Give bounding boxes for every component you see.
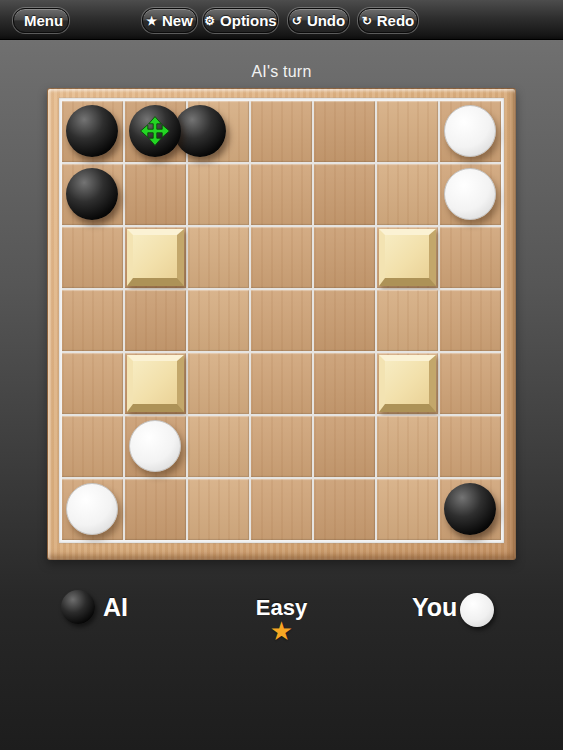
black-piece[interactable] — [66, 105, 118, 157]
undo-arrow-icon: ↺ — [292, 15, 302, 27]
turn-status-text: AI's turn — [0, 63, 563, 81]
board-cell[interactable] — [62, 353, 123, 414]
board-cell[interactable] — [440, 164, 501, 225]
board-cell[interactable] — [377, 416, 438, 477]
board-cell[interactable] — [314, 290, 375, 351]
board-cell[interactable] — [62, 164, 123, 225]
undo-button-label: Undo — [307, 13, 345, 28]
menu-button[interactable]: Menu — [13, 8, 69, 33]
board-cell[interactable] — [251, 479, 312, 540]
board-cell[interactable] — [314, 164, 375, 225]
white-piece[interactable] — [444, 105, 496, 157]
new-button-label: New — [162, 13, 193, 28]
board-cell[interactable] — [314, 101, 375, 162]
board-cell[interactable] — [377, 353, 438, 414]
board-cell[interactable] — [62, 479, 123, 540]
board-cell[interactable] — [188, 290, 249, 351]
board-cell[interactable] — [188, 227, 249, 288]
board-cell[interactable] — [251, 290, 312, 351]
board-cell[interactable] — [125, 290, 186, 351]
board-cell[interactable] — [125, 416, 186, 477]
board-cell[interactable] — [440, 353, 501, 414]
board-cell[interactable] — [251, 416, 312, 477]
board-cell[interactable] — [188, 101, 249, 162]
board-cell[interactable] — [377, 101, 438, 162]
board-cell[interactable] — [440, 227, 501, 288]
board-cell[interactable] — [314, 479, 375, 540]
blocked-square-tile — [127, 229, 184, 286]
board-cell[interactable] — [440, 290, 501, 351]
blocked-square-tile — [379, 355, 436, 412]
options-button-label: Options — [220, 13, 277, 28]
board-cell[interactable] — [62, 101, 123, 162]
you-white-piece-icon — [460, 593, 494, 627]
black-piece[interactable] — [66, 168, 118, 220]
board-cell[interactable] — [188, 353, 249, 414]
board-cell[interactable] — [251, 164, 312, 225]
board-cell[interactable] — [377, 164, 438, 225]
redo-button[interactable]: ↻ Redo — [358, 8, 418, 33]
black-piece[interactable] — [444, 483, 496, 535]
board-cell[interactable] — [125, 353, 186, 414]
board-cell[interactable] — [62, 290, 123, 351]
you-player-label: You — [412, 593, 457, 622]
undo-button[interactable]: ↺ Undo — [288, 8, 349, 33]
redo-button-label: Redo — [377, 13, 415, 28]
move-cursor-icon — [137, 113, 173, 149]
white-piece[interactable] — [66, 483, 118, 535]
board-cell[interactable] — [440, 416, 501, 477]
black-piece[interactable] — [174, 105, 226, 157]
board-cell[interactable] — [440, 479, 501, 540]
toolbar: Menu ★ New ⚙ Options ↺ Undo ↻ Redo — [0, 0, 563, 40]
board-cell[interactable] — [377, 227, 438, 288]
white-piece[interactable] — [129, 420, 181, 472]
board-mat — [59, 98, 504, 543]
menu-button-label: Menu — [24, 13, 63, 28]
board-cell[interactable] — [377, 290, 438, 351]
new-game-button[interactable]: ★ New — [142, 8, 197, 33]
white-piece[interactable] — [444, 168, 496, 220]
board-cell[interactable] — [377, 479, 438, 540]
board-cell[interactable] — [251, 227, 312, 288]
board-cell[interactable] — [251, 101, 312, 162]
redo-arrow-icon: ↻ — [362, 15, 372, 27]
board-cell[interactable] — [125, 479, 186, 540]
black-piece[interactable] — [129, 105, 181, 157]
board-cell[interactable] — [62, 416, 123, 477]
board-cell[interactable] — [314, 353, 375, 414]
app-screen: Menu ★ New ⚙ Options ↺ Undo ↻ Redo AI's … — [0, 0, 563, 750]
board-cell[interactable] — [62, 227, 123, 288]
board-cell[interactable] — [251, 353, 312, 414]
board-cell[interactable] — [314, 227, 375, 288]
board-cell[interactable] — [188, 416, 249, 477]
board-cell[interactable] — [188, 164, 249, 225]
board-cell[interactable] — [440, 101, 501, 162]
board-cell[interactable] — [314, 416, 375, 477]
board-cell[interactable] — [188, 479, 249, 540]
board-cell[interactable] — [125, 227, 186, 288]
board-cell[interactable] — [125, 101, 186, 162]
board-cell[interactable] — [125, 164, 186, 225]
options-button[interactable]: ⚙ Options — [203, 8, 278, 33]
blocked-square-tile — [127, 355, 184, 412]
gear-icon: ⚙ — [204, 15, 215, 27]
blocked-square-tile — [379, 229, 436, 286]
star-icon: ★ — [146, 15, 157, 27]
board-grid — [62, 101, 501, 540]
game-board — [47, 88, 516, 560]
